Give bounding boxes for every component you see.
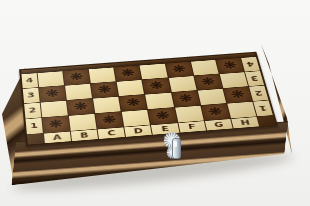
rank-label-left-1: 1 [26, 118, 43, 134]
file-label-a: A [44, 131, 71, 143]
rosette-carving-icon: ❋ [102, 114, 118, 126]
square-e2 [146, 93, 174, 109]
square-h1 [227, 102, 256, 119]
square-e3: ❋ [143, 78, 171, 94]
rosette-carving-icon: ❋ [207, 106, 223, 118]
file-label-c: C [98, 127, 126, 139]
square-e4 [140, 64, 167, 80]
square-h3 [220, 72, 248, 88]
file-label-f: F [178, 121, 206, 133]
square-g1: ❋ [201, 104, 230, 121]
square-b3 [65, 84, 92, 100]
rosette-carving-icon: ❋ [178, 93, 194, 104]
rank-label-left-3: 3 [23, 88, 40, 103]
clasp-hook-icon [172, 138, 181, 159]
corner-cell-right [258, 116, 276, 127]
square-c4 [89, 67, 116, 83]
square-g4 [191, 60, 219, 75]
rosette-carving-icon: ❋ [45, 88, 60, 99]
rosette-carving-icon: ❋ [97, 84, 112, 95]
product-photo-scene: ✺ ✺ 4❋❋❋❋43❋❋❋❋32❋❋❋❋21❋❋❋❋1ABCDEFGH [0, 0, 310, 206]
rosette-carving-icon: ❋ [120, 68, 135, 79]
square-b2: ❋ [67, 99, 94, 116]
rosette-carving-icon: ❋ [48, 118, 63, 130]
rosette-carving-icon: ❋ [126, 97, 142, 108]
rosette-carving-icon: ❋ [230, 89, 246, 100]
square-d2: ❋ [119, 95, 147, 111]
rosette-carving-icon: ❋ [69, 72, 84, 83]
square-a3: ❋ [39, 86, 66, 102]
square-f2: ❋ [172, 91, 200, 107]
rank-label-right-4: 4 [241, 57, 259, 72]
rosette-carving-icon: ❋ [171, 64, 187, 75]
square-d4: ❋ [114, 66, 141, 82]
square-a1: ❋ [42, 116, 70, 133]
file-label-h: H [231, 117, 259, 129]
rank-label-right-3: 3 [245, 71, 264, 86]
square-g2 [198, 89, 227, 105]
square-f3 [169, 76, 197, 92]
clasp-latch-icon: ✺ ✺ [160, 132, 190, 168]
square-c1: ❋ [95, 112, 123, 129]
square-e1: ❋ [148, 108, 177, 125]
rosette-carving-icon: ❋ [155, 110, 171, 122]
rosette-carving-icon: ❋ [200, 77, 216, 88]
square-a4 [37, 71, 64, 87]
corner-cell-left [27, 134, 44, 145]
square-c3: ❋ [91, 82, 118, 98]
rosette-carving-icon: ❋ [149, 80, 165, 91]
square-h2: ❋ [224, 87, 253, 103]
file-label-g: G [205, 119, 233, 131]
square-c2 [93, 97, 121, 113]
rank-label-right-1: 1 [253, 100, 272, 116]
square-b1 [69, 114, 97, 131]
rank-label-left-4: 4 [21, 73, 37, 88]
square-d1 [122, 110, 150, 127]
square-g3: ❋ [194, 74, 222, 90]
file-label-d: D [125, 125, 153, 137]
square-f1 [175, 106, 204, 123]
square-h4: ❋ [216, 58, 244, 73]
rosette-carving-icon: ❋ [73, 101, 88, 112]
rank-label-right-2: 2 [249, 85, 268, 100]
square-b4: ❋ [63, 69, 90, 85]
square-d3 [117, 80, 145, 96]
rank-label-left-2: 2 [24, 103, 41, 119]
rosette-carving-icon: ❋ [222, 60, 238, 71]
file-label-b: B [71, 129, 98, 141]
square-f4: ❋ [165, 62, 193, 78]
square-a2 [40, 101, 67, 118]
